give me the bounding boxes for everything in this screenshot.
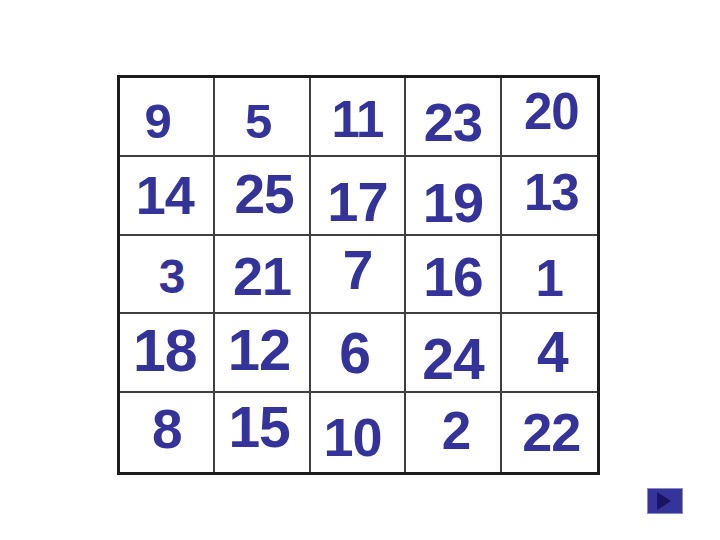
grid-cell-r3c4: 16 (406, 236, 501, 315)
cell-number: 20 (524, 86, 579, 137)
cell-number: 4 (537, 324, 568, 381)
grid-cell-r2c2: 25 (215, 157, 310, 236)
cell-number: 16 (423, 250, 482, 305)
grid-cell-r5c5: 22 (502, 393, 597, 472)
grid-cell-r5c2: 15 (215, 393, 310, 472)
cell-number: 8 (152, 402, 182, 457)
cell-number: 11 (332, 94, 384, 145)
cell-number: 12 (228, 321, 291, 379)
grid-cell-r2c3: 17 (311, 157, 406, 236)
cell-number: 6 (339, 325, 370, 382)
cell-number: 10 (323, 410, 381, 464)
cell-number: 15 (228, 399, 289, 456)
grid-cell-r1c1: 9 (120, 78, 215, 157)
cell-number: 17 (327, 174, 387, 230)
grid-cell-r4c5: 4 (502, 314, 597, 393)
grid-cell-r1c2: 5 (215, 78, 310, 157)
grid-cell-r3c1: 3 (120, 236, 215, 315)
slide-canvas: 9511232014251719133217161181262448151022… (0, 0, 720, 540)
cell-number: 1 (536, 253, 563, 304)
cell-number: 14 (136, 168, 194, 222)
cell-number: 21 (233, 249, 291, 303)
cell-number: 13 (524, 167, 579, 218)
grid-cell-r5c3: 10 (311, 393, 406, 472)
grid-cell-r3c3: 7 (311, 236, 406, 315)
schulte-grid: 9511232014251719133217161181262448151022… (117, 75, 600, 475)
cell-number: 24 (422, 331, 483, 388)
grid-cell-r4c3: 6 (311, 314, 406, 393)
grid-cell-r2c1: 14 (120, 157, 215, 236)
grid-cell-r4c2: 12 (215, 314, 310, 393)
cell-number: 18 (133, 322, 197, 381)
cell-number: 9 (145, 97, 171, 146)
grid-cell-r5c1: 8 (120, 393, 215, 472)
cell-number: 25 (235, 167, 294, 222)
cell-number: 5 (245, 97, 271, 146)
cell-number: 2 (442, 404, 470, 457)
cell-number: 23 (424, 95, 482, 149)
grid-cell-r3c2: 21 (215, 236, 310, 315)
cell-number: 19 (423, 175, 483, 231)
next-slide-arrow-icon (657, 492, 671, 510)
cell-number: 7 (343, 243, 373, 298)
grid-cell-r2c4: 19 (406, 157, 501, 236)
grid-cell-r1c3: 11 (311, 78, 406, 157)
cell-number: 22 (522, 405, 580, 459)
next-slide-button[interactable] (647, 488, 683, 514)
grid-cell-r5c4: 2 (406, 393, 501, 472)
grid-cell-r4c1: 18 (120, 314, 215, 393)
grid-cell-r4c4: 24 (406, 314, 501, 393)
cell-number: 3 (159, 253, 185, 301)
grid-cell-r1c4: 23 (406, 78, 501, 157)
grid-cell-r3c5: 1 (502, 236, 597, 315)
grid-cell-r2c5: 13 (502, 157, 597, 236)
grid-cell-r1c5: 20 (502, 78, 597, 157)
